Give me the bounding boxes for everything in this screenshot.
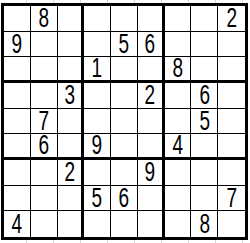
cell-digit: 3 [64, 83, 75, 109]
cell-digit: 7 [38, 109, 49, 135]
cell-digit: 1 [92, 57, 103, 83]
cell-digit: 5 [119, 32, 130, 58]
sudoku-cell-r3c8[interactable] [191, 57, 218, 83]
sudoku-cell-r1c2[interactable]: 8 [31, 6, 58, 32]
cell-digit: 6 [199, 83, 210, 109]
sudoku-cell-r5c9[interactable] [218, 109, 245, 135]
sudoku-cell-r9c3[interactable] [58, 211, 85, 237]
sudoku-cell-r1c1[interactable] [4, 6, 31, 32]
sudoku-cell-r2c9[interactable] [218, 32, 245, 58]
sudoku-cell-r2c4[interactable] [84, 32, 111, 58]
sudoku-cell-r5c3[interactable] [58, 109, 85, 135]
sudoku-cell-r9c2[interactable] [31, 211, 58, 237]
sudoku-cell-r4c3[interactable]: 3 [58, 83, 85, 109]
sudoku-cell-r7c7[interactable] [165, 160, 192, 186]
sudoku-cell-r2c2[interactable] [31, 32, 58, 58]
sudoku-cell-r8c3[interactable] [58, 186, 85, 212]
sudoku-cell-r9c9[interactable] [218, 211, 245, 237]
sudoku-cell-r5c7[interactable] [165, 109, 192, 135]
sudoku-cell-r7c4[interactable] [84, 160, 111, 186]
sudoku-cell-r3c7[interactable]: 8 [165, 57, 192, 83]
sudoku-cell-r4c2[interactable] [31, 83, 58, 109]
sudoku-cell-r7c8[interactable] [191, 160, 218, 186]
sudoku-cell-r1c9[interactable]: 2 [218, 6, 245, 32]
sudoku-cell-r8c8[interactable] [191, 186, 218, 212]
sudoku-cell-r6c2[interactable]: 6 [31, 134, 58, 160]
sudoku-cell-r6c6[interactable] [138, 134, 165, 160]
sudoku-cell-r4c4[interactable] [84, 83, 111, 109]
sudoku-cell-r5c2[interactable]: 7 [31, 109, 58, 135]
sudoku-cell-r1c7[interactable] [165, 6, 192, 32]
cell-digit: 6 [144, 32, 155, 58]
sudoku-cell-r6c4[interactable]: 9 [84, 134, 111, 160]
sudoku-cell-r4c5[interactable] [111, 83, 138, 109]
cell-digit: 5 [92, 186, 103, 212]
sudoku-board: 8295618326756942956748 [1, 3, 248, 240]
sudoku-cell-r3c2[interactable] [31, 57, 58, 83]
cell-digit: 6 [119, 186, 130, 212]
sudoku-cell-r2c1[interactable]: 9 [4, 32, 31, 58]
sudoku-cell-r8c4[interactable]: 5 [84, 186, 111, 212]
sudoku-cell-r3c3[interactable] [58, 57, 85, 83]
sudoku-cell-r3c5[interactable] [111, 57, 138, 83]
cell-digit: 8 [199, 211, 210, 237]
sudoku-cell-r9c8[interactable]: 8 [191, 211, 218, 237]
cell-digit: 7 [226, 186, 237, 212]
cell-digit: 5 [199, 109, 210, 135]
sudoku-cell-r6c3[interactable] [58, 134, 85, 160]
sudoku-cell-r8c7[interactable] [165, 186, 192, 212]
sudoku-cell-r7c9[interactable] [218, 160, 245, 186]
cell-digit: 2 [226, 6, 237, 32]
cell-digit: 9 [12, 32, 23, 58]
sudoku-cell-r5c6[interactable] [138, 109, 165, 135]
sudoku-cell-r4c8[interactable]: 6 [191, 83, 218, 109]
sudoku-cell-r1c5[interactable] [111, 6, 138, 32]
cell-digit: 8 [172, 57, 183, 83]
sudoku-cell-r1c8[interactable] [191, 6, 218, 32]
sudoku-cell-r9c7[interactable] [165, 211, 192, 237]
sudoku-cell-r7c6[interactable]: 9 [138, 160, 165, 186]
sudoku-cell-r4c6[interactable]: 2 [138, 83, 165, 109]
cell-digit: 6 [38, 134, 49, 160]
sudoku-cell-r7c3[interactable]: 2 [58, 160, 85, 186]
sudoku-cell-r9c4[interactable] [84, 211, 111, 237]
sudoku-cell-r4c7[interactable] [165, 83, 192, 109]
sudoku-cell-r8c1[interactable] [4, 186, 31, 212]
cell-digit: 9 [92, 134, 103, 160]
sudoku-cell-r8c6[interactable] [138, 186, 165, 212]
sudoku-cell-r4c9[interactable] [218, 83, 245, 109]
sudoku-cell-r8c5[interactable]: 6 [111, 186, 138, 212]
cell-digit: 8 [38, 6, 49, 32]
sudoku-cell-r1c3[interactable] [58, 6, 85, 32]
sudoku-cell-r8c9[interactable]: 7 [218, 186, 245, 212]
cell-digit: 4 [12, 211, 23, 237]
sudoku-cell-r1c6[interactable] [138, 6, 165, 32]
sudoku-cell-r2c3[interactable] [58, 32, 85, 58]
sudoku-cell-r2c6[interactable]: 6 [138, 32, 165, 58]
sudoku-cell-r2c8[interactable] [191, 32, 218, 58]
sudoku-cell-r7c5[interactable] [111, 160, 138, 186]
sudoku-cell-r5c8[interactable]: 5 [191, 109, 218, 135]
sudoku-cell-r2c7[interactable] [165, 32, 192, 58]
sudoku-cell-r5c1[interactable] [4, 109, 31, 135]
sudoku-cell-r3c4[interactable]: 1 [84, 57, 111, 83]
sudoku-cell-r6c8[interactable] [191, 134, 218, 160]
cell-digit: 9 [144, 160, 155, 186]
sudoku-cell-r7c1[interactable] [4, 160, 31, 186]
sudoku-cell-r3c6[interactable] [138, 57, 165, 83]
sudoku-cell-r4c1[interactable] [4, 83, 31, 109]
sudoku-cell-r6c9[interactable] [218, 134, 245, 160]
sudoku-cell-r9c6[interactable] [138, 211, 165, 237]
sudoku-cell-r8c2[interactable] [31, 186, 58, 212]
sudoku-cell-r5c5[interactable] [111, 109, 138, 135]
sudoku-cell-r1c4[interactable] [84, 6, 111, 32]
cell-digit: 2 [144, 83, 155, 109]
cell-digit: 2 [64, 160, 75, 186]
sudoku-cell-r6c1[interactable] [4, 134, 31, 160]
sudoku-cell-r6c5[interactable] [111, 134, 138, 160]
sudoku-cell-r9c1[interactable]: 4 [4, 211, 31, 237]
sudoku-cell-r6c7[interactable]: 4 [165, 134, 192, 160]
sudoku-cell-r3c9[interactable] [218, 57, 245, 83]
sudoku-cell-r9c5[interactable] [111, 211, 138, 237]
sudoku-page: 8295618326756942956748 [0, 0, 250, 243]
sudoku-cell-r7c2[interactable] [31, 160, 58, 186]
cell-digit: 4 [172, 134, 183, 160]
sudoku-cell-r5c4[interactable] [84, 109, 111, 135]
sudoku-cell-r2c5[interactable]: 5 [111, 32, 138, 58]
sudoku-cell-r3c1[interactable] [4, 57, 31, 83]
